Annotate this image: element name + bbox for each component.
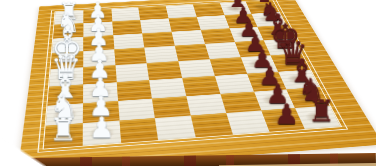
chess-set-photo: ♜♟♟♜♞♟♟♞♝♟♟♝♚♟♟♚♛♟♟♛♝♟♟♝♞♟♟♞♜♟♟♜ xyxy=(0,0,376,166)
chess-board: ♜♟♟♜♞♟♟♞♝♟♟♝♚♟♟♚♛♟♟♛♝♟♟♝♞♟♟♞♜♟♟♜ xyxy=(18,0,376,166)
square-c1: ♝ xyxy=(48,84,83,105)
piece-shadow xyxy=(88,24,109,33)
square-a4 xyxy=(155,116,196,140)
square-c8: ♝ xyxy=(278,70,319,90)
piece-shadow xyxy=(246,59,272,70)
square-a3 xyxy=(119,118,158,143)
piece-shadow xyxy=(253,75,280,87)
piece-shadow xyxy=(268,113,298,127)
piece-shadow xyxy=(293,91,322,104)
square-d5 xyxy=(178,59,214,78)
piece-shadow xyxy=(257,15,280,24)
piece-shadow xyxy=(234,29,258,39)
piece-shadow xyxy=(270,42,295,52)
square-b4 xyxy=(152,96,191,118)
square-b2: ♟ xyxy=(83,101,119,124)
square-e5 xyxy=(175,44,210,61)
square-c4 xyxy=(149,78,186,98)
square-a1: ♜ xyxy=(44,123,83,148)
square-e7: ♟ xyxy=(235,40,271,57)
piece-shadow xyxy=(53,88,78,101)
square-c3 xyxy=(116,80,152,101)
piece-shadow xyxy=(277,57,303,68)
square-e4 xyxy=(145,46,179,63)
square-b1: ♞ xyxy=(46,103,83,126)
piece-shadow xyxy=(251,3,273,11)
piece-shadow xyxy=(88,105,113,119)
square-a2: ♟ xyxy=(82,121,120,146)
piece-shadow xyxy=(224,4,246,12)
square-e8: ♚ xyxy=(264,39,301,56)
piece-shadow xyxy=(229,16,252,25)
piece-shadow xyxy=(50,128,77,143)
piece-shadow xyxy=(263,28,287,37)
piece-shadow xyxy=(302,110,333,124)
background-corner xyxy=(0,136,46,166)
square-b5 xyxy=(186,94,226,116)
piece-shadow xyxy=(260,93,289,106)
square-d4 xyxy=(147,61,182,80)
piece-shadow xyxy=(88,69,111,81)
piece-shadow xyxy=(88,53,110,64)
piece-shadow xyxy=(240,44,265,54)
piece-shadow xyxy=(285,73,313,85)
board-grid: ♜♟♟♜♞♟♟♞♝♟♟♝♚♟♟♚♛♟♟♛♝♟♟♝♞♟♟♞♜♟♟♜ xyxy=(43,0,343,149)
piece-shadow xyxy=(52,107,78,121)
square-f4 xyxy=(142,32,174,48)
piece-shadow xyxy=(59,13,79,22)
square-g3 xyxy=(112,20,142,35)
square-e3 xyxy=(114,48,147,66)
piece-shadow xyxy=(88,125,115,140)
piece-shadow xyxy=(88,12,108,21)
square-e2: ♟ xyxy=(83,49,115,67)
board-border-frame: ♜♟♟♜♞♟♟♞♝♟♟♝♚♟♟♚♛♟♟♛♝♟♟♝♞♟♟♞♜♟♟♜ xyxy=(37,0,348,153)
piece-shadow xyxy=(56,55,79,66)
square-d8: ♛ xyxy=(271,53,310,71)
square-b3 xyxy=(118,98,155,120)
piece-shadow xyxy=(57,40,79,50)
square-c5 xyxy=(182,76,220,96)
square-c2: ♟ xyxy=(83,82,118,103)
piece-shadow xyxy=(58,26,79,35)
piece-shadow xyxy=(54,71,78,83)
square-c6 xyxy=(215,74,254,94)
piece-shadow xyxy=(88,86,112,99)
piece-shadow xyxy=(88,38,110,48)
